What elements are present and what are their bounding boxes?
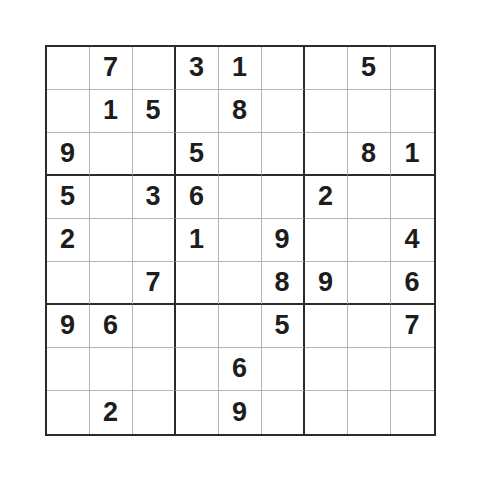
cell-r2c7-empty[interactable] [305, 90, 348, 133]
cell-r3c2-empty[interactable] [90, 133, 133, 176]
cell-r3c5-empty[interactable] [219, 133, 262, 176]
cell-r5c7-empty[interactable] [305, 219, 348, 262]
cell-r3c8-given[interactable]: 8 [348, 133, 391, 176]
page-background: 731515895815362219478969657629 [0, 0, 480, 480]
cell-r9c5-given[interactable]: 9 [219, 391, 262, 434]
cell-r1c1-empty[interactable] [47, 47, 90, 90]
cell-r1c5-given[interactable]: 1 [219, 47, 262, 90]
cell-r9c3-empty[interactable] [133, 391, 176, 434]
cell-r5c2-empty[interactable] [90, 219, 133, 262]
cell-r4c8-empty[interactable] [348, 176, 391, 219]
cell-r1c9-empty[interactable] [391, 47, 434, 90]
cell-r9c2-given[interactable]: 2 [90, 391, 133, 434]
cell-r7c6-given[interactable]: 5 [262, 305, 305, 348]
cell-r5c1-given[interactable]: 2 [47, 219, 90, 262]
cell-r9c8-empty[interactable] [348, 391, 391, 434]
cell-r8c5-given[interactable]: 6 [219, 348, 262, 391]
cell-r8c2-empty[interactable] [90, 348, 133, 391]
cell-r7c8-empty[interactable] [348, 305, 391, 348]
cell-r5c8-empty[interactable] [348, 219, 391, 262]
cell-r6c4-empty[interactable] [176, 262, 219, 305]
cell-r3c9-given[interactable]: 1 [391, 133, 434, 176]
cell-r5c9-given[interactable]: 4 [391, 219, 434, 262]
cell-r4c4-given[interactable]: 6 [176, 176, 219, 219]
cell-r5c5-empty[interactable] [219, 219, 262, 262]
cell-r1c8-given[interactable]: 5 [348, 47, 391, 90]
cell-r9c9-empty[interactable] [391, 391, 434, 434]
cell-r5c3-empty[interactable] [133, 219, 176, 262]
cell-r7c7-empty[interactable] [305, 305, 348, 348]
cell-r6c3-given[interactable]: 7 [133, 262, 176, 305]
cell-r7c2-given[interactable]: 6 [90, 305, 133, 348]
cell-r6c8-empty[interactable] [348, 262, 391, 305]
cell-r8c6-empty[interactable] [262, 348, 305, 391]
cell-r8c9-empty[interactable] [391, 348, 434, 391]
cell-r1c4-given[interactable]: 3 [176, 47, 219, 90]
cell-r8c8-empty[interactable] [348, 348, 391, 391]
cell-r8c7-empty[interactable] [305, 348, 348, 391]
cell-r5c6-given[interactable]: 9 [262, 219, 305, 262]
cell-r9c1-empty[interactable] [47, 391, 90, 434]
cell-r9c6-empty[interactable] [262, 391, 305, 434]
cell-r3c6-empty[interactable] [262, 133, 305, 176]
cell-r2c6-empty[interactable] [262, 90, 305, 133]
cell-r4c5-empty[interactable] [219, 176, 262, 219]
cell-r6c9-given[interactable]: 6 [391, 262, 434, 305]
cell-r6c5-empty[interactable] [219, 262, 262, 305]
sudoku-board: 731515895815362219478969657629 [45, 45, 436, 436]
cell-r8c1-empty[interactable] [47, 348, 90, 391]
cell-r1c6-empty[interactable] [262, 47, 305, 90]
cell-r7c9-given[interactable]: 7 [391, 305, 434, 348]
cell-r9c4-empty[interactable] [176, 391, 219, 434]
cell-r8c4-empty[interactable] [176, 348, 219, 391]
cell-r6c2-empty[interactable] [90, 262, 133, 305]
cell-r6c6-given[interactable]: 8 [262, 262, 305, 305]
cell-r1c7-empty[interactable] [305, 47, 348, 90]
cell-r1c3-empty[interactable] [133, 47, 176, 90]
cell-r6c1-empty[interactable] [47, 262, 90, 305]
cell-r2c1-empty[interactable] [47, 90, 90, 133]
cell-r2c9-empty[interactable] [391, 90, 434, 133]
cell-r4c2-empty[interactable] [90, 176, 133, 219]
cell-r2c4-empty[interactable] [176, 90, 219, 133]
cell-r2c3-given[interactable]: 5 [133, 90, 176, 133]
cell-r4c9-empty[interactable] [391, 176, 434, 219]
cell-r4c7-given[interactable]: 2 [305, 176, 348, 219]
cell-r7c1-given[interactable]: 9 [47, 305, 90, 348]
cell-r1c2-given[interactable]: 7 [90, 47, 133, 90]
cell-r4c6-empty[interactable] [262, 176, 305, 219]
cell-r5c4-given[interactable]: 1 [176, 219, 219, 262]
cell-r8c3-empty[interactable] [133, 348, 176, 391]
cell-r9c7-empty[interactable] [305, 391, 348, 434]
cell-r2c2-given[interactable]: 1 [90, 90, 133, 133]
cell-r6c7-given[interactable]: 9 [305, 262, 348, 305]
cell-r4c3-given[interactable]: 3 [133, 176, 176, 219]
cell-r7c5-empty[interactable] [219, 305, 262, 348]
cell-r3c4-given[interactable]: 5 [176, 133, 219, 176]
cell-r3c7-empty[interactable] [305, 133, 348, 176]
cell-r3c1-given[interactable]: 9 [47, 133, 90, 176]
cell-r7c4-empty[interactable] [176, 305, 219, 348]
cell-r2c5-given[interactable]: 8 [219, 90, 262, 133]
cell-r2c8-empty[interactable] [348, 90, 391, 133]
cell-r7c3-empty[interactable] [133, 305, 176, 348]
cell-r3c3-empty[interactable] [133, 133, 176, 176]
cell-r4c1-given[interactable]: 5 [47, 176, 90, 219]
